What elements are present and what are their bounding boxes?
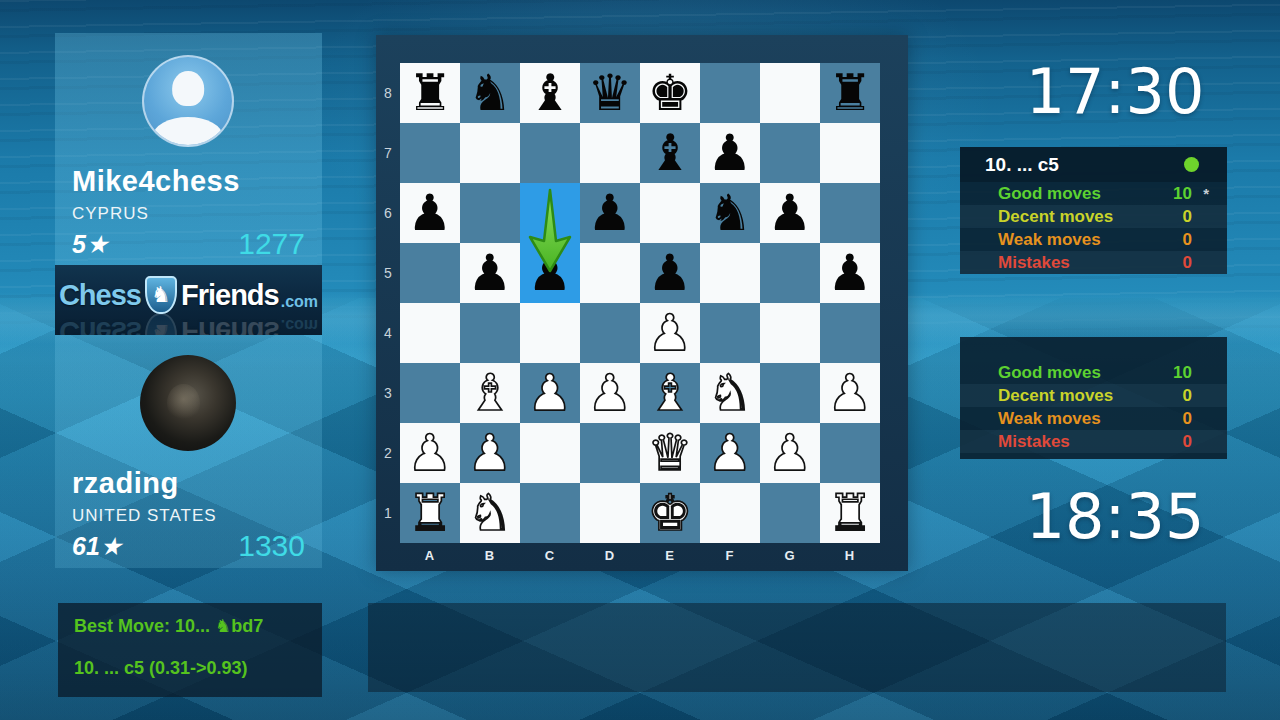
square-h7[interactable]: [820, 123, 880, 183]
logo-reflection-com: .com: [281, 312, 318, 334]
piece-h3: ♟: [828, 363, 873, 423]
player-bottom-avatar: [140, 355, 236, 451]
stat-row-good: Good moves10*: [960, 182, 1227, 205]
file-label-c: C: [520, 543, 580, 571]
piece-b8: ♞: [468, 63, 513, 123]
logo-reflection-chess: Chess: [59, 316, 141, 336]
board-squares: ♜♞♝♛♚♜♝♟♟♟♞♟♟♟♟♟♟♝♟♟♝♞♟♟♟♛♟♟♜♞♚♜: [400, 63, 880, 543]
player-top-country: CYPRUS: [72, 204, 149, 224]
logo-reflection: Chess ♞ Friends .com: [55, 312, 322, 335]
square-g7[interactable]: [760, 123, 820, 183]
square-a2[interactable]: ♟: [400, 423, 460, 483]
square-b1[interactable]: ♞: [460, 483, 520, 543]
square-b8[interactable]: ♞: [460, 63, 520, 123]
square-f3[interactable]: ♞: [700, 363, 760, 423]
rank-label-5: 5: [376, 243, 400, 303]
avatar-silhouette-head: [172, 71, 204, 106]
square-a3[interactable]: [400, 363, 460, 423]
piece-e2: ♛: [648, 423, 693, 483]
piece-d8: ♛: [588, 63, 633, 123]
square-d8[interactable]: ♛: [580, 63, 640, 123]
stat-row-mistakes: Mistakes0: [960, 251, 1227, 274]
piece-f6: ♞: [708, 183, 753, 243]
logo-word-friends: Friends: [181, 279, 279, 312]
square-c2[interactable]: [520, 423, 580, 483]
square-g6[interactable]: ♟: [760, 183, 820, 243]
logo-banner: Chess ♞ Friends .com Chess ♞ Friends .co…: [55, 265, 322, 335]
square-b3[interactable]: ♝: [460, 363, 520, 423]
knight-icon: ♞: [151, 284, 171, 306]
piece-e3: ♝: [648, 363, 693, 423]
square-f7[interactable]: ♟: [700, 123, 760, 183]
square-a7[interactable]: [400, 123, 460, 183]
stat-row-decent: Decent moves0: [960, 205, 1227, 228]
square-d6[interactable]: ♟: [580, 183, 640, 243]
stat-value-weak: 0: [1132, 407, 1192, 430]
piece-b3: ♝: [468, 363, 513, 423]
stat-value-mistakes: 0: [1132, 251, 1192, 274]
player-top-rating: 1277: [238, 227, 305, 261]
square-d5[interactable]: [580, 243, 640, 303]
square-a8[interactable]: ♜: [400, 63, 460, 123]
stat-row-weak: Weak moves0: [960, 407, 1227, 430]
piece-f3: ♞: [708, 363, 753, 423]
square-e5[interactable]: ♟: [640, 243, 700, 303]
square-g3[interactable]: [760, 363, 820, 423]
piece-f2: ♟: [708, 423, 753, 483]
move-analysis-panel-bottom: Good moves10Decent moves0Weak moves0Mist…: [960, 337, 1227, 459]
square-d2[interactable]: [580, 423, 640, 483]
piece-a8: ♜: [408, 63, 453, 123]
square-g8[interactable]: [760, 63, 820, 123]
file-label-f: F: [700, 543, 760, 571]
piece-g6: ♟: [768, 183, 813, 243]
rank-label-7: 7: [376, 123, 400, 183]
stat-value-decent: 0: [1132, 205, 1192, 228]
stat-suffix-good: *: [1203, 182, 1209, 205]
stat-label-weak: Weak moves: [998, 409, 1101, 428]
piece-h1: ♜: [828, 483, 873, 543]
stat-value-weak: 0: [1132, 228, 1192, 251]
rank-label-3: 3: [376, 363, 400, 423]
player-bottom-country: UNITED STATES: [72, 506, 217, 526]
square-b4[interactable]: [460, 303, 520, 363]
stat-row-mistakes: Mistakes0: [960, 430, 1227, 453]
piece-a6: ♟: [408, 183, 453, 243]
stat-label-weak: Weak moves: [998, 230, 1101, 249]
square-c7[interactable]: [520, 123, 580, 183]
best-move-text: Best Move: 10... ♞bd7: [74, 615, 263, 637]
avatar-silhouette-shoulders: [153, 117, 223, 147]
stats-rows-top: Good moves10*Decent moves0Weak moves0Mis…: [960, 182, 1227, 274]
square-a6[interactable]: ♟: [400, 183, 460, 243]
stat-label-decent: Decent moves: [998, 207, 1113, 226]
stat-label-mistakes: Mistakes: [998, 253, 1070, 272]
square-c8[interactable]: ♝: [520, 63, 580, 123]
piece-d3: ♟: [588, 363, 633, 423]
player-top-name: Mike4chess: [72, 165, 240, 198]
player-card-bottom: rzading UNITED STATES 61★ 1330: [55, 335, 322, 565]
played-move-eval: 10. ... c5 (0.31->0.93): [74, 658, 248, 679]
square-e6[interactable]: [640, 183, 700, 243]
piece-b2: ♟: [468, 423, 513, 483]
square-a5[interactable]: [400, 243, 460, 303]
app-root: Mike4chess CYPRUS 5★ 1277 Chess ♞ Friend…: [0, 0, 1280, 720]
logo-word-chess: Chess: [59, 279, 141, 312]
square-a1[interactable]: ♜: [400, 483, 460, 543]
file-label-a: A: [400, 543, 460, 571]
piece-a1: ♜: [408, 483, 453, 543]
square-b7[interactable]: [460, 123, 520, 183]
move-status-dot: [1184, 157, 1199, 172]
square-f4[interactable]: [700, 303, 760, 363]
file-label-h: H: [820, 543, 880, 571]
square-g4[interactable]: [760, 303, 820, 363]
stat-row-weak: Weak moves0: [960, 228, 1227, 251]
bottom-info-bar: [368, 603, 1226, 692]
logo-shield-icon: ♞: [145, 276, 177, 314]
file-label-b: B: [460, 543, 520, 571]
square-a4[interactable]: [400, 303, 460, 363]
rank-label-6: 6: [376, 183, 400, 243]
square-f6[interactable]: ♞: [700, 183, 760, 243]
square-f8[interactable]: [700, 63, 760, 123]
square-e4[interactable]: ♟: [640, 303, 700, 363]
square-h5[interactable]: ♟: [820, 243, 880, 303]
move-header-label: 10. ... c5: [985, 154, 1059, 175]
piece-d6: ♟: [588, 183, 633, 243]
square-b2[interactable]: ♟: [460, 423, 520, 483]
player-bottom-name: rzading: [72, 467, 179, 500]
square-d4[interactable]: [580, 303, 640, 363]
square-g2[interactable]: ♟: [760, 423, 820, 483]
move-header: 10. ... c5: [960, 147, 1227, 182]
stat-value-good: 10: [1132, 361, 1192, 384]
piece-h8: ♜: [828, 63, 873, 123]
rank-label-1: 1: [376, 483, 400, 543]
square-e8[interactable]: ♚: [640, 63, 700, 123]
player-bottom-rating: 1330: [238, 529, 305, 563]
logo-reflection-shield-icon: ♞: [145, 313, 177, 335]
rank-label-4: 4: [376, 303, 400, 363]
chessfriends-logo: Chess ♞ Friends .com: [55, 275, 322, 315]
piece-e5: ♟: [648, 243, 693, 303]
piece-e7: ♝: [648, 123, 693, 183]
player-top-avatar: [142, 55, 234, 147]
player-card-top: Mike4chess CYPRUS 5★ 1277: [55, 33, 322, 265]
piece-c8: ♝: [528, 63, 573, 123]
file-label-d: D: [580, 543, 640, 571]
square-h2[interactable]: [820, 423, 880, 483]
square-c1[interactable]: [520, 483, 580, 543]
square-b5[interactable]: ♟: [460, 243, 520, 303]
square-b6[interactable]: [460, 183, 520, 243]
player-bottom-stars: 61★: [72, 532, 122, 561]
square-e2[interactable]: ♛: [640, 423, 700, 483]
clock-bottom: 18:35: [980, 475, 1250, 559]
square-h8[interactable]: ♜: [820, 63, 880, 123]
piece-h5: ♟: [828, 243, 873, 303]
square-h4[interactable]: [820, 303, 880, 363]
logo-reflection-friends: Friends: [181, 316, 279, 336]
square-e7[interactable]: ♝: [640, 123, 700, 183]
clock-top: 17:30: [980, 50, 1250, 134]
square-g1[interactable]: [760, 483, 820, 543]
chess-board: 87654321 ♜♞♝♛♚♜♝♟♟♟♞♟♟♟♟♟♟♝♟♟♝♞♟♟♟♛♟♟♜♞♚…: [376, 35, 908, 571]
player-top-stars: 5★: [72, 230, 108, 259]
rank-label-8: 8: [376, 63, 400, 123]
file-label-e: E: [640, 543, 700, 571]
square-d7[interactable]: [580, 123, 640, 183]
piece-e4: ♟: [648, 303, 693, 363]
piece-a2: ♟: [408, 423, 453, 483]
square-h1[interactable]: ♜: [820, 483, 880, 543]
square-e1[interactable]: ♚: [640, 483, 700, 543]
best-move-panel: Best Move: 10... ♞bd7 10. ... c5 (0.31->…: [58, 603, 322, 697]
stat-label-good: Good moves: [998, 363, 1101, 382]
piece-e8: ♚: [648, 63, 693, 123]
square-c6[interactable]: [520, 183, 580, 243]
square-c5[interactable]: ♟: [520, 243, 580, 303]
piece-e1: ♚: [648, 483, 693, 543]
stat-value-decent: 0: [1132, 384, 1192, 407]
stat-label-mistakes: Mistakes: [998, 432, 1070, 451]
stat-value-good: 10: [1132, 182, 1192, 205]
square-c3[interactable]: ♟: [520, 363, 580, 423]
piece-c5: ♟: [528, 243, 573, 303]
stats-rows-bottom: Good moves10Decent moves0Weak moves0Mist…: [960, 361, 1227, 453]
square-e3[interactable]: ♝: [640, 363, 700, 423]
piece-f7: ♟: [708, 123, 753, 183]
piece-b5: ♟: [468, 243, 513, 303]
stat-value-mistakes: 0: [1132, 430, 1192, 453]
rank-label-2: 2: [376, 423, 400, 483]
stat-row-good: Good moves10: [960, 361, 1227, 384]
move-analysis-panel-top: 10. ... c5 Good moves10*Decent moves0Wea…: [960, 147, 1227, 274]
file-label-g: G: [760, 543, 820, 571]
square-h6[interactable]: [820, 183, 880, 243]
piece-b1: ♞: [468, 483, 513, 543]
square-f1[interactable]: [700, 483, 760, 543]
piece-g2: ♟: [768, 423, 813, 483]
piece-c3: ♟: [528, 363, 573, 423]
stat-label-decent: Decent moves: [998, 386, 1113, 405]
file-labels: ABCDEFGH: [400, 543, 880, 571]
square-c4[interactable]: [520, 303, 580, 363]
square-h3[interactable]: ♟: [820, 363, 880, 423]
square-f5[interactable]: [700, 243, 760, 303]
rank-labels: 87654321: [376, 63, 400, 543]
square-d1[interactable]: [580, 483, 640, 543]
knight-reflection-icon: ♞: [151, 321, 171, 335]
square-g5[interactable]: [760, 243, 820, 303]
square-f2[interactable]: ♟: [700, 423, 760, 483]
square-d3[interactable]: ♟: [580, 363, 640, 423]
stat-label-good: Good moves: [998, 184, 1101, 203]
stat-row-decent: Decent moves0: [960, 384, 1227, 407]
